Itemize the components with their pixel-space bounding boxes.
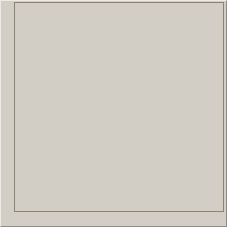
chess-board <box>15 3 223 211</box>
chess-lesson-diagram <box>0 0 227 227</box>
